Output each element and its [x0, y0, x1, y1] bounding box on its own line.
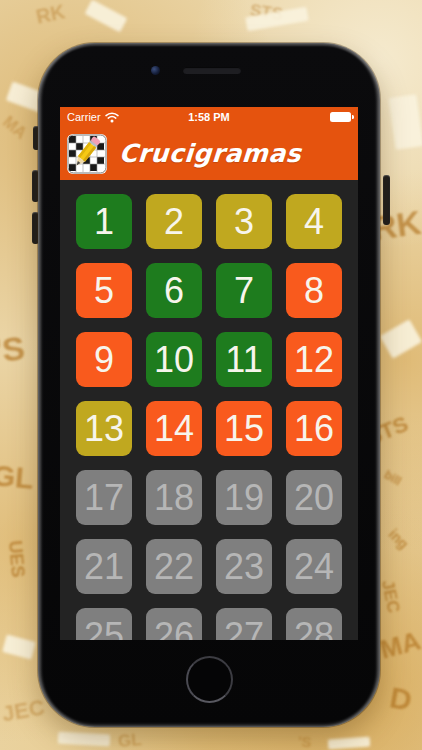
level-tile-20: 20 — [286, 470, 342, 525]
crossword-pencil-icon — [67, 134, 107, 174]
level-tile-23: 23 — [216, 539, 272, 594]
level-tile-5[interactable]: 5 — [76, 263, 132, 318]
background-word: bill — [382, 468, 403, 487]
power-button — [383, 175, 390, 225]
level-tile-19: 19 — [216, 470, 272, 525]
level-tile-8[interactable]: 8 — [286, 263, 342, 318]
level-tile-6[interactable]: 6 — [146, 263, 202, 318]
level-tile-18: 18 — [146, 470, 202, 525]
earpiece-speaker — [183, 67, 241, 74]
level-tile-14[interactable]: 14 — [146, 401, 202, 456]
level-tile-22: 22 — [146, 539, 202, 594]
background-word: UES — [6, 540, 27, 578]
level-tile-16[interactable]: 16 — [286, 401, 342, 456]
iphone-body: Carrier 1:58 PM — [38, 43, 380, 727]
background-word: 'S — [297, 733, 312, 749]
level-tile-27: 27 — [216, 608, 272, 640]
marketing-screenshot: RKSTSGL'SMAJECingDUESbillRKSTSGL'SMAJEC … — [0, 0, 422, 750]
navigation-bar: Crucigramas — [60, 127, 358, 180]
background-word: GL — [0, 460, 35, 494]
background-word: ing — [386, 527, 411, 552]
home-button — [186, 656, 233, 703]
collage-patch — [85, 0, 128, 32]
background-word: JEC — [0, 696, 46, 725]
level-tile-24: 24 — [286, 539, 342, 594]
app-title: Crucigramas — [118, 139, 302, 168]
level-tile-21: 21 — [76, 539, 132, 594]
background-word: GL — [117, 731, 142, 750]
level-tile-17: 17 — [76, 470, 132, 525]
app-screen: Carrier 1:58 PM — [60, 107, 358, 640]
collage-patch — [58, 732, 111, 747]
level-tile-28: 28 — [286, 608, 342, 640]
background-word: MA — [377, 627, 422, 663]
level-tile-26: 26 — [146, 608, 202, 640]
level-tile-12[interactable]: 12 — [286, 332, 342, 387]
level-tile-4[interactable]: 4 — [286, 194, 342, 249]
level-tile-1[interactable]: 1 — [76, 194, 132, 249]
background-word: 'S — [0, 330, 26, 367]
level-tile-25: 25 — [76, 608, 132, 640]
level-tile-10[interactable]: 10 — [146, 332, 202, 387]
front-camera — [151, 66, 160, 75]
collage-patch — [328, 737, 371, 750]
level-tile-7[interactable]: 7 — [216, 263, 272, 318]
collage-patch — [2, 634, 36, 659]
level-tile-3[interactable]: 3 — [216, 194, 272, 249]
level-tile-2[interactable]: 2 — [146, 194, 202, 249]
battery-icon — [330, 112, 351, 122]
background-word: JEC — [379, 579, 403, 615]
level-tile-11[interactable]: 11 — [216, 332, 272, 387]
background-word: D — [388, 682, 415, 715]
background-word: RK — [34, 1, 66, 27]
background-word: MA — [0, 114, 29, 142]
level-tile-9[interactable]: 9 — [76, 332, 132, 387]
level-tile-15[interactable]: 15 — [216, 401, 272, 456]
level-grid: 1234567891011121314151617181920212223242… — [60, 180, 358, 640]
collage-patch — [380, 319, 422, 359]
status-bar: Carrier 1:58 PM — [60, 107, 358, 127]
collage-patch — [389, 94, 422, 149]
level-tile-13[interactable]: 13 — [76, 401, 132, 456]
clock: 1:58 PM — [60, 111, 358, 123]
